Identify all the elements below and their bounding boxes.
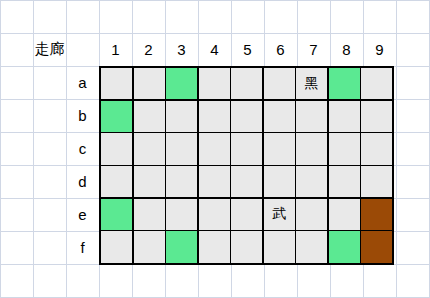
column-headers: 123456789 — [99, 33, 396, 66]
board-cell-f5[interactable] — [231, 231, 262, 262]
column-header-9: 9 — [363, 33, 396, 66]
board-cell-f1[interactable] — [101, 231, 132, 262]
board-cell-d5[interactable] — [231, 166, 262, 197]
board-cell-e7[interactable] — [296, 199, 327, 230]
board-cell-d4[interactable] — [199, 166, 230, 197]
board-cell-e4[interactable] — [199, 199, 230, 230]
column-header-6: 6 — [264, 33, 297, 66]
board-cell-d1[interactable] — [101, 166, 132, 197]
board-cell-a9[interactable] — [361, 68, 392, 99]
board-cell-a2[interactable] — [134, 68, 165, 99]
board-cell-b6[interactable] — [264, 101, 295, 132]
column-header-1: 1 — [99, 33, 132, 66]
board-cell-f2[interactable] — [134, 231, 165, 262]
board-cell-f8[interactable] — [329, 231, 360, 262]
column-header-5: 5 — [231, 33, 264, 66]
row-header-f: f — [66, 231, 99, 264]
board: 黑武 — [99, 66, 394, 265]
row-header-d: d — [66, 165, 99, 198]
board-cell-e6[interactable]: 武 — [264, 199, 295, 230]
board-cell-c9[interactable] — [361, 133, 392, 164]
board-cell-d8[interactable] — [329, 166, 360, 197]
board-cell-a3[interactable] — [166, 68, 197, 99]
board-cell-a7[interactable]: 黑 — [296, 68, 327, 99]
board-cell-b3[interactable] — [166, 101, 197, 132]
board-cell-f6[interactable] — [264, 231, 295, 262]
board-cell-f3[interactable] — [166, 231, 197, 262]
board-cell-b4[interactable] — [199, 101, 230, 132]
board-cell-e1[interactable] — [101, 199, 132, 230]
board-cell-d9[interactable] — [361, 166, 392, 197]
board-cell-c2[interactable] — [134, 133, 165, 164]
board-cell-d3[interactable] — [166, 166, 197, 197]
column-header-3: 3 — [165, 33, 198, 66]
board-cell-e8[interactable] — [329, 199, 360, 230]
board-cell-b9[interactable] — [361, 101, 392, 132]
board-cell-c5[interactable] — [231, 133, 262, 164]
board-cell-e2[interactable] — [134, 199, 165, 230]
board-cell-b7[interactable] — [296, 101, 327, 132]
board-cell-f4[interactable] — [199, 231, 230, 262]
board-cell-b5[interactable] — [231, 101, 262, 132]
board-cell-a8[interactable] — [329, 68, 360, 99]
board-cell-e9[interactable] — [361, 199, 392, 230]
board-cell-c3[interactable] — [166, 133, 197, 164]
board-cell-b1[interactable] — [101, 101, 132, 132]
board-cell-d2[interactable] — [134, 166, 165, 197]
board-cell-a4[interactable] — [199, 68, 230, 99]
board-cell-a5[interactable] — [231, 68, 262, 99]
board-cell-f9[interactable] — [361, 231, 392, 262]
row-header-e: e — [66, 198, 99, 231]
row-header-b: b — [66, 99, 99, 132]
board-cell-d7[interactable] — [296, 166, 327, 197]
board-cell-c7[interactable] — [296, 133, 327, 164]
row-headers: abcdef — [66, 66, 99, 264]
board-cell-e3[interactable] — [166, 199, 197, 230]
board-cell-c6[interactable] — [264, 133, 295, 164]
board-cell-b8[interactable] — [329, 101, 360, 132]
column-header-4: 4 — [198, 33, 231, 66]
board-cell-b2[interactable] — [134, 101, 165, 132]
board-cell-e5[interactable] — [231, 199, 262, 230]
board-cell-a6[interactable] — [264, 68, 295, 99]
column-header-8: 8 — [330, 33, 363, 66]
column-header-2: 2 — [132, 33, 165, 66]
row-header-c: c — [66, 132, 99, 165]
board-cell-c4[interactable] — [199, 133, 230, 164]
board-cell-c8[interactable] — [329, 133, 360, 164]
corridor-label: 走廊 — [33, 33, 66, 66]
row-header-a: a — [66, 66, 99, 99]
board-cell-d6[interactable] — [264, 166, 295, 197]
board-cell-f7[interactable] — [296, 231, 327, 262]
column-header-7: 7 — [297, 33, 330, 66]
board-cell-a1[interactable] — [101, 68, 132, 99]
board-cell-c1[interactable] — [101, 133, 132, 164]
